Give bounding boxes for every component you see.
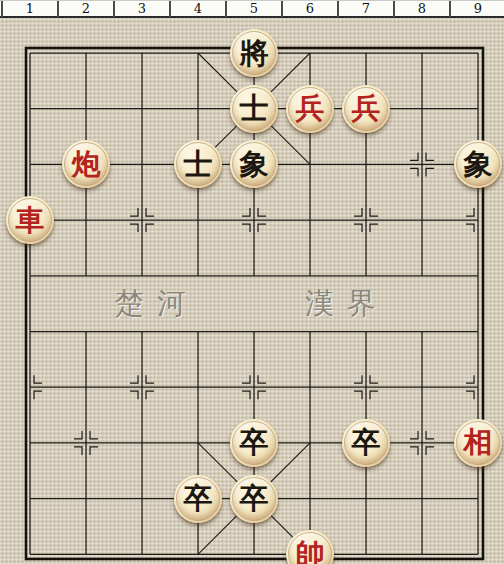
- xiangqi-app: 123456789 楚河 漢界 將士兵兵炮士象象車卒卒相卒卒帥: [0, 0, 504, 564]
- piece-glyph: 卒: [240, 428, 269, 457]
- column-label-8: 8: [394, 1, 450, 17]
- column-label-3: 3: [114, 1, 170, 17]
- piece-black-soldier[interactable]: 卒: [230, 419, 278, 467]
- piece-glyph: 車: [16, 206, 45, 235]
- piece-glyph: 炮: [72, 150, 101, 179]
- xiangqi-board: 楚河 漢界 將士兵兵炮士象象車卒卒相卒卒帥: [0, 18, 504, 564]
- piece-glyph: 相: [464, 428, 493, 457]
- piece-glyph: 士: [184, 150, 213, 179]
- river-label-chu-he: 楚河: [115, 284, 199, 324]
- piece-black-general[interactable]: 將: [230, 29, 278, 77]
- column-label-5: 5: [226, 1, 282, 17]
- piece-glyph: 卒: [184, 484, 213, 513]
- piece-glyph: 兵: [352, 94, 381, 123]
- piece-glyph: 象: [464, 150, 493, 179]
- piece-glyph: 士: [240, 94, 269, 123]
- piece-black-soldier[interactable]: 卒: [230, 475, 278, 523]
- piece-glyph: 將: [240, 39, 269, 68]
- piece-red-chariot[interactable]: 車: [6, 196, 54, 244]
- piece-black-advisor[interactable]: 士: [230, 85, 278, 133]
- piece-red-elephant[interactable]: 相: [454, 419, 502, 467]
- piece-glyph: 卒: [240, 484, 269, 513]
- column-ruler: 123456789: [0, 0, 504, 18]
- piece-glyph: 兵: [296, 94, 325, 123]
- column-label-1: 1: [2, 1, 58, 17]
- piece-black-soldier[interactable]: 卒: [342, 419, 390, 467]
- piece-red-soldier[interactable]: 兵: [286, 85, 334, 133]
- column-label-9: 9: [450, 1, 504, 17]
- column-label-6: 6: [282, 1, 338, 17]
- column-label-2: 2: [58, 1, 114, 17]
- piece-glyph: 象: [240, 150, 269, 179]
- piece-glyph: 卒: [352, 428, 381, 457]
- piece-glyph: 帥: [296, 540, 325, 564]
- piece-red-soldier[interactable]: 兵: [342, 85, 390, 133]
- column-label-4: 4: [170, 1, 226, 17]
- piece-black-soldier[interactable]: 卒: [174, 475, 222, 523]
- column-label-7: 7: [338, 1, 394, 17]
- river-label-han-jie: 漢界: [305, 284, 389, 324]
